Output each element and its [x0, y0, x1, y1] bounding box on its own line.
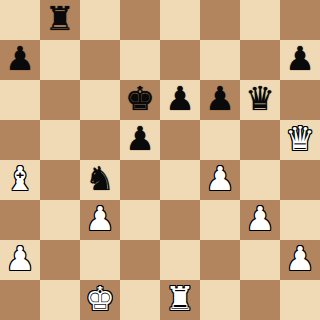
square-g7[interactable] [240, 40, 280, 80]
square-d8[interactable] [120, 0, 160, 40]
square-f2[interactable] [200, 240, 240, 280]
piece-white-pawn-f4[interactable]: ♟ [205, 159, 235, 199]
square-f4[interactable]: ♟ [200, 160, 240, 200]
square-e6[interactable]: ♟ [160, 80, 200, 120]
square-c5[interactable] [80, 120, 120, 160]
square-a8[interactable] [0, 0, 40, 40]
piece-white-pawn-c3[interactable]: ♟ [85, 199, 115, 239]
square-e3[interactable] [160, 200, 200, 240]
piece-white-king-c1[interactable]: ♚ [85, 279, 115, 319]
square-h1[interactable] [280, 280, 320, 320]
square-b5[interactable] [40, 120, 80, 160]
square-d5[interactable]: ♟ [120, 120, 160, 160]
square-b3[interactable] [40, 200, 80, 240]
square-d3[interactable] [120, 200, 160, 240]
square-g3[interactable]: ♟ [240, 200, 280, 240]
square-c6[interactable] [80, 80, 120, 120]
square-a2[interactable]: ♟ [0, 240, 40, 280]
square-a1[interactable] [0, 280, 40, 320]
square-d4[interactable] [120, 160, 160, 200]
square-c7[interactable] [80, 40, 120, 80]
square-a3[interactable] [0, 200, 40, 240]
square-c8[interactable] [80, 0, 120, 40]
square-h2[interactable]: ♟ [280, 240, 320, 280]
square-f1[interactable] [200, 280, 240, 320]
piece-black-pawn-e6[interactable]: ♟ [165, 79, 195, 119]
square-e2[interactable] [160, 240, 200, 280]
square-g8[interactable] [240, 0, 280, 40]
square-g4[interactable] [240, 160, 280, 200]
square-g2[interactable] [240, 240, 280, 280]
square-a6[interactable] [0, 80, 40, 120]
piece-black-pawn-f6[interactable]: ♟ [205, 79, 235, 119]
piece-black-queen-g6[interactable]: ♛ [245, 79, 275, 119]
square-a4[interactable]: ♝ [0, 160, 40, 200]
square-e7[interactable] [160, 40, 200, 80]
square-g6[interactable]: ♛ [240, 80, 280, 120]
square-f3[interactable] [200, 200, 240, 240]
piece-white-pawn-g3[interactable]: ♟ [245, 199, 275, 239]
square-b1[interactable] [40, 280, 80, 320]
square-e4[interactable] [160, 160, 200, 200]
square-b4[interactable] [40, 160, 80, 200]
piece-black-king-d6[interactable]: ♚ [125, 79, 155, 119]
square-c4[interactable]: ♞ [80, 160, 120, 200]
piece-black-rook-b8[interactable]: ♜ [45, 0, 75, 39]
square-h6[interactable] [280, 80, 320, 120]
square-h8[interactable] [280, 0, 320, 40]
square-h5[interactable]: ♛ [280, 120, 320, 160]
square-h3[interactable] [280, 200, 320, 240]
square-e5[interactable] [160, 120, 200, 160]
square-f8[interactable] [200, 0, 240, 40]
square-f5[interactable] [200, 120, 240, 160]
square-d6[interactable]: ♚ [120, 80, 160, 120]
square-c3[interactable]: ♟ [80, 200, 120, 240]
square-b2[interactable] [40, 240, 80, 280]
piece-white-pawn-a2[interactable]: ♟ [5, 239, 35, 279]
chess-board: ♜♟♟♚♟♟♛♟♛♝♞♟♟♟♟♟♚♜ [0, 0, 320, 320]
square-a7[interactable]: ♟ [0, 40, 40, 80]
square-d1[interactable] [120, 280, 160, 320]
piece-black-pawn-d5[interactable]: ♟ [125, 119, 155, 159]
piece-white-queen-h5[interactable]: ♛ [285, 119, 315, 159]
square-c1[interactable]: ♚ [80, 280, 120, 320]
square-c2[interactable] [80, 240, 120, 280]
piece-white-pawn-h2[interactable]: ♟ [285, 239, 315, 279]
square-b7[interactable] [40, 40, 80, 80]
square-e8[interactable] [160, 0, 200, 40]
square-d2[interactable] [120, 240, 160, 280]
piece-white-rook-e1[interactable]: ♜ [165, 279, 195, 319]
piece-black-knight-c4[interactable]: ♞ [85, 159, 115, 199]
square-f7[interactable] [200, 40, 240, 80]
piece-white-bishop-a4[interactable]: ♝ [5, 159, 35, 199]
square-h7[interactable]: ♟ [280, 40, 320, 80]
square-g1[interactable] [240, 280, 280, 320]
square-b6[interactable] [40, 80, 80, 120]
square-g5[interactable] [240, 120, 280, 160]
square-d7[interactable] [120, 40, 160, 80]
piece-black-pawn-h7[interactable]: ♟ [285, 39, 315, 79]
square-e1[interactable]: ♜ [160, 280, 200, 320]
square-f6[interactable]: ♟ [200, 80, 240, 120]
square-a5[interactable] [0, 120, 40, 160]
piece-black-pawn-a7[interactable]: ♟ [5, 39, 35, 79]
square-h4[interactable] [280, 160, 320, 200]
square-b8[interactable]: ♜ [40, 0, 80, 40]
